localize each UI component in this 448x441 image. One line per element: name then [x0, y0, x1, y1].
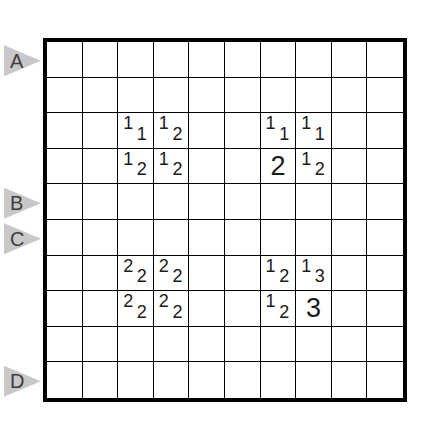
clue-value-1: 2: [123, 291, 133, 311]
cell-r9c4[interactable]: [154, 327, 190, 363]
cell-r10c4[interactable]: [154, 362, 190, 398]
clue-value-2: 2: [315, 159, 325, 179]
cell-r7c5[interactable]: [189, 256, 225, 292]
cell-r10c1[interactable]: [47, 362, 83, 398]
cell-r3c9[interactable]: [332, 113, 368, 149]
row-marker-C: C: [4, 223, 41, 254]
puzzle-grid: 111211111212212222212132222123: [47, 42, 403, 398]
cell-r6c6[interactable]: [225, 220, 261, 256]
clue-value-2: 2: [172, 266, 182, 286]
tapa-puzzle-page: ABCD 111211111212212222212132222123: [0, 0, 448, 441]
cell-r2c2[interactable]: [83, 78, 119, 114]
cell-r7c6[interactable]: [225, 256, 261, 292]
clue-value-1: 1: [301, 149, 311, 169]
cell-r10c3[interactable]: [118, 362, 154, 398]
clue-value: 3: [296, 295, 331, 322]
cell-r2c1[interactable]: [47, 78, 83, 114]
cell-r9c3[interactable]: [118, 327, 154, 363]
cell-r6c1[interactable]: [47, 220, 83, 256]
cell-r9c9[interactable]: [332, 327, 368, 363]
clue-value-2: 2: [172, 302, 182, 322]
cell-r9c6[interactable]: [225, 327, 261, 363]
cell-r4c7: 2: [261, 149, 297, 185]
cell-r5c10[interactable]: [367, 184, 403, 220]
cell-r3c1[interactable]: [47, 113, 83, 149]
cell-r9c7[interactable]: [261, 327, 297, 363]
clue-value-1: 1: [301, 256, 311, 276]
row-marker-A: A: [4, 45, 41, 76]
clue-value-2: 2: [137, 302, 147, 322]
cell-r10c6[interactable]: [225, 362, 261, 398]
cell-r3c3: 11: [118, 113, 154, 149]
cell-r6c5[interactable]: [189, 220, 225, 256]
row-marker-label: C: [4, 229, 24, 249]
cell-r7c10[interactable]: [367, 256, 403, 292]
cell-r7c3: 22: [118, 256, 154, 292]
cell-r10c8[interactable]: [296, 362, 332, 398]
clue-value-2: 2: [279, 302, 289, 322]
cell-r3c4: 12: [154, 113, 190, 149]
cell-r8c4: 22: [154, 291, 190, 327]
cell-r2c8[interactable]: [296, 78, 332, 114]
clue-value: 2: [261, 153, 296, 180]
cell-r9c2[interactable]: [83, 327, 119, 363]
cell-r6c3[interactable]: [118, 220, 154, 256]
clue-value-1: 1: [266, 113, 276, 133]
clue-value-1: 2: [159, 291, 169, 311]
row-marker-D: D: [4, 366, 41, 397]
cell-r3c6[interactable]: [225, 113, 261, 149]
cell-r8c1[interactable]: [47, 291, 83, 327]
row-marker-label: B: [4, 193, 23, 213]
cell-r5c4[interactable]: [154, 184, 190, 220]
cell-r7c9[interactable]: [332, 256, 368, 292]
clue-value-1: 1: [266, 291, 276, 311]
cell-r4c6[interactable]: [225, 149, 261, 185]
clue-value-1: 1: [301, 113, 311, 133]
cell-r2c5[interactable]: [189, 78, 225, 114]
cell-r7c1[interactable]: [47, 256, 83, 292]
clue-value-1: 1: [159, 149, 169, 169]
cell-r10c9[interactable]: [332, 362, 368, 398]
cell-r1c7[interactable]: [261, 42, 297, 78]
cell-r8c10[interactable]: [367, 291, 403, 327]
cell-r2c9[interactable]: [332, 78, 368, 114]
row-marker-label: D: [4, 371, 24, 391]
cell-r9c5[interactable]: [189, 327, 225, 363]
clue-value-1: 1: [159, 113, 169, 133]
cell-r2c7[interactable]: [261, 78, 297, 114]
cell-r6c9[interactable]: [332, 220, 368, 256]
cell-r5c5[interactable]: [189, 184, 225, 220]
cell-r4c3: 12: [118, 149, 154, 185]
cell-r2c10[interactable]: [367, 78, 403, 114]
cell-r9c1[interactable]: [47, 327, 83, 363]
cell-r10c7[interactable]: [261, 362, 297, 398]
cell-r6c4[interactable]: [154, 220, 190, 256]
cell-r1c5[interactable]: [189, 42, 225, 78]
cell-r5c7[interactable]: [261, 184, 297, 220]
clue-value-1: 1: [123, 149, 133, 169]
cell-r6c7[interactable]: [261, 220, 297, 256]
cell-r4c1[interactable]: [47, 149, 83, 185]
cell-r7c7: 12: [261, 256, 297, 292]
cell-r4c9[interactable]: [332, 149, 368, 185]
cell-r7c8: 13: [296, 256, 332, 292]
cell-r8c5[interactable]: [189, 291, 225, 327]
cell-r4c8: 12: [296, 149, 332, 185]
clue-value-2: 1: [137, 124, 147, 144]
clue-value-2: 2: [279, 266, 289, 286]
cell-r5c2[interactable]: [83, 184, 119, 220]
clue-value-1: 1: [123, 113, 133, 133]
clue-value-1: 2: [123, 256, 133, 276]
cell-r1c1[interactable]: [47, 42, 83, 78]
row-marker-B: B: [4, 188, 41, 219]
cell-r8c9[interactable]: [332, 291, 368, 327]
cell-r8c3: 22: [118, 291, 154, 327]
cell-r1c2[interactable]: [83, 42, 119, 78]
clue-value-2: 2: [137, 159, 147, 179]
cell-r8c7: 12: [261, 291, 297, 327]
cell-r1c3[interactable]: [118, 42, 154, 78]
cell-r9c10[interactable]: [367, 327, 403, 363]
cell-r5c3[interactable]: [118, 184, 154, 220]
cell-r6c2[interactable]: [83, 220, 119, 256]
cell-r10c5[interactable]: [189, 362, 225, 398]
cell-r1c10[interactable]: [367, 42, 403, 78]
cell-r3c10[interactable]: [367, 113, 403, 149]
clue-value-1: 2: [159, 256, 169, 276]
cell-r2c6[interactable]: [225, 78, 261, 114]
clue-value-2: 2: [172, 124, 182, 144]
cell-r7c4: 22: [154, 256, 190, 292]
cell-r2c3[interactable]: [118, 78, 154, 114]
cell-r1c6[interactable]: [225, 42, 261, 78]
cell-r4c5[interactable]: [189, 149, 225, 185]
cell-r3c7: 11: [261, 113, 297, 149]
cell-r5c6[interactable]: [225, 184, 261, 220]
cell-r6c8[interactable]: [296, 220, 332, 256]
cell-r3c8: 11: [296, 113, 332, 149]
cell-r9c8[interactable]: [296, 327, 332, 363]
cell-r1c9[interactable]: [332, 42, 368, 78]
cell-r1c8[interactable]: [296, 42, 332, 78]
clue-value-2: 1: [279, 124, 289, 144]
cell-r6c10[interactable]: [367, 220, 403, 256]
cell-r5c1[interactable]: [47, 184, 83, 220]
cell-r5c8[interactable]: [296, 184, 332, 220]
cell-r10c10[interactable]: [367, 362, 403, 398]
tapa-board: 111211111212212222212132222123: [43, 38, 407, 402]
cell-r5c9[interactable]: [332, 184, 368, 220]
cell-r8c8: 3: [296, 291, 332, 327]
clue-value-2: 2: [137, 266, 147, 286]
clue-value-2: 3: [315, 266, 325, 286]
cell-r10c2[interactable]: [83, 362, 119, 398]
row-marker-label: A: [4, 51, 23, 71]
cell-r4c10[interactable]: [367, 149, 403, 185]
clue-value-2: 1: [315, 124, 325, 144]
clue-value-1: 1: [266, 256, 276, 276]
cell-r2c4[interactable]: [154, 78, 190, 114]
cell-r4c2[interactable]: [83, 149, 119, 185]
cell-r7c2[interactable]: [83, 256, 119, 292]
cell-r4c4: 12: [154, 149, 190, 185]
cell-r3c5[interactable]: [189, 113, 225, 149]
clue-value-2: 2: [172, 159, 182, 179]
cell-r1c4[interactable]: [154, 42, 190, 78]
cell-r3c2[interactable]: [83, 113, 119, 149]
cell-r8c2[interactable]: [83, 291, 119, 327]
cell-r8c6[interactable]: [225, 291, 261, 327]
